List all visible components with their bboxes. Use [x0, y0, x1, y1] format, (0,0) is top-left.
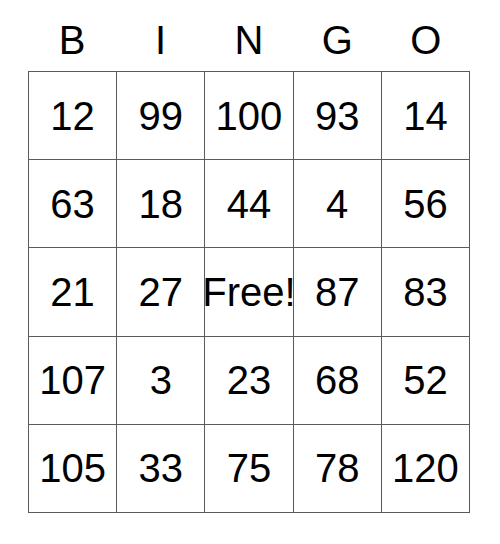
header-letter-n: N: [205, 20, 293, 67]
cell-r2-c2-free[interactable]: Free!: [205, 248, 293, 336]
cell-r2-c0[interactable]: 21: [29, 248, 117, 336]
cell-r4-c4[interactable]: 120: [382, 425, 470, 513]
cell-r2-c3[interactable]: 87: [294, 248, 382, 336]
cell-r3-c0[interactable]: 107: [29, 337, 117, 425]
cell-r1-c4[interactable]: 56: [382, 160, 470, 248]
header-letter-i: I: [116, 20, 204, 67]
cell-r0-c0[interactable]: 12: [29, 72, 117, 160]
cell-r4-c0[interactable]: 105: [29, 425, 117, 513]
header-letter-o: O: [382, 20, 470, 67]
cell-r1-c2[interactable]: 44: [205, 160, 293, 248]
bingo-card: B I N G O 12 99 100 93 14 63 18 44 4 56 …: [0, 0, 500, 544]
header-letter-b: B: [28, 20, 116, 67]
bingo-grid: 12 99 100 93 14 63 18 44 4 56 21 27 Free…: [28, 71, 470, 513]
cell-r3-c3[interactable]: 68: [294, 337, 382, 425]
cell-r3-c2[interactable]: 23: [205, 337, 293, 425]
cell-r4-c1[interactable]: 33: [117, 425, 205, 513]
cell-r0-c4[interactable]: 14: [382, 72, 470, 160]
bingo-header-row: B I N G O: [28, 0, 470, 67]
cell-r1-c1[interactable]: 18: [117, 160, 205, 248]
cell-r2-c4[interactable]: 83: [382, 248, 470, 336]
cell-r2-c1[interactable]: 27: [117, 248, 205, 336]
cell-r3-c4[interactable]: 52: [382, 337, 470, 425]
cell-r0-c2[interactable]: 100: [205, 72, 293, 160]
cell-r4-c3[interactable]: 78: [294, 425, 382, 513]
cell-r3-c1[interactable]: 3: [117, 337, 205, 425]
cell-r1-c3[interactable]: 4: [294, 160, 382, 248]
cell-r0-c3[interactable]: 93: [294, 72, 382, 160]
cell-r1-c0[interactable]: 63: [29, 160, 117, 248]
cell-r4-c2[interactable]: 75: [205, 425, 293, 513]
cell-r0-c1[interactable]: 99: [117, 72, 205, 160]
header-letter-g: G: [293, 20, 381, 67]
